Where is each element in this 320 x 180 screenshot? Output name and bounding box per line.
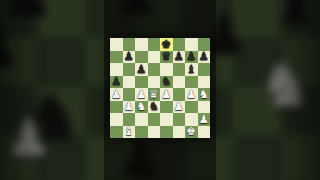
square-d5[interactable] — [148, 76, 161, 89]
square-c2[interactable] — [135, 113, 148, 126]
piece-white-king: ♚ — [186, 126, 196, 138]
square-h2[interactable]: ♟ — [198, 113, 211, 126]
square-e4[interactable]: ♟ — [160, 88, 173, 101]
square-a6[interactable] — [110, 63, 123, 76]
piece-white-bishop: ♝ — [124, 126, 134, 138]
blurred-white-knight-icon: ♞ — [258, 54, 314, 116]
square-h3[interactable] — [198, 101, 211, 114]
square-e8[interactable]: ♚ — [160, 38, 173, 51]
square-h4[interactable]: ♞ — [198, 88, 211, 101]
square-f3[interactable]: ♟ — [173, 101, 186, 114]
square-d2[interactable] — [148, 113, 161, 126]
piece-black-pawn: ♟ — [199, 51, 209, 63]
square-c8[interactable] — [135, 38, 148, 51]
square-g4[interactable]: ♟ — [185, 88, 198, 101]
piece-black-knight: ♞ — [161, 76, 171, 88]
square-a7[interactable] — [110, 51, 123, 64]
piece-white-pawn: ♟ — [174, 101, 184, 113]
square-a3[interactable] — [110, 101, 123, 114]
piece-white-pawn: ♟ — [111, 89, 121, 101]
square-c1[interactable] — [135, 126, 148, 139]
piece-black-pawn: ♟ — [124, 51, 134, 63]
square-h1[interactable] — [198, 126, 211, 139]
square-c3[interactable]: ♞ — [135, 101, 148, 114]
square-e2[interactable] — [160, 113, 173, 126]
square-g6[interactable]: ♝ — [185, 63, 198, 76]
chess-board: ♚♟♛♟♟♟♟♝♟♞♟♟♛♟♟♞♟♞♞♟♟♝♚ — [110, 38, 210, 138]
piece-white-queen: ♛ — [149, 89, 159, 101]
video-frame: ♟♟♞♟♟♟♝♞♟ ♚♟♛♟♟♟♟♝♟♞♟♟♛♟♟♞♟♞♞♟♟♝♚ — [0, 0, 320, 180]
piece-white-pawn: ♟ — [186, 89, 196, 101]
piece-white-knight: ♞ — [199, 89, 209, 101]
square-e1[interactable] — [160, 126, 173, 139]
square-b6[interactable] — [123, 63, 136, 76]
square-h7[interactable]: ♟ — [198, 51, 211, 64]
piece-black-bishop: ♝ — [186, 64, 196, 76]
square-c6[interactable]: ♟ — [135, 63, 148, 76]
square-f5[interactable] — [173, 76, 186, 89]
blurred-black-bishop-icon: ♝ — [269, 0, 320, 30]
square-b4[interactable] — [123, 88, 136, 101]
square-d1[interactable] — [148, 126, 161, 139]
square-d7[interactable] — [148, 51, 161, 64]
square-a1[interactable] — [110, 126, 123, 139]
square-h8[interactable] — [198, 38, 211, 51]
square-a2[interactable] — [110, 113, 123, 126]
square-c5[interactable] — [135, 76, 148, 89]
square-d8[interactable] — [148, 38, 161, 51]
square-b7[interactable]: ♟ — [123, 51, 136, 64]
blurred-black-pawn-icon: ♟ — [0, 18, 19, 74]
square-a5[interactable]: ♟ — [110, 76, 123, 89]
square-b2[interactable] — [123, 113, 136, 126]
square-g2[interactable] — [185, 113, 198, 126]
square-a8[interactable] — [110, 38, 123, 51]
piece-black-king: ♚ — [161, 39, 171, 51]
square-f1[interactable] — [173, 126, 186, 139]
square-f8[interactable] — [173, 38, 186, 51]
square-e5[interactable]: ♞ — [160, 76, 173, 89]
piece-black-knight: ♞ — [149, 101, 159, 113]
blurred-white-pawn-icon: ♟ — [5, 112, 52, 164]
piece-white-knight: ♞ — [136, 101, 146, 113]
square-a4[interactable]: ♟ — [110, 88, 123, 101]
square-b1[interactable]: ♝ — [123, 126, 136, 139]
square-h5[interactable] — [198, 76, 211, 89]
square-e3[interactable] — [160, 101, 173, 114]
piece-black-pawn: ♟ — [174, 51, 184, 63]
square-d4[interactable]: ♛ — [148, 88, 161, 101]
square-e7[interactable]: ♛ — [160, 51, 173, 64]
square-g7[interactable]: ♟ — [185, 51, 198, 64]
piece-white-pawn: ♟ — [124, 101, 134, 113]
square-d3[interactable]: ♞ — [148, 101, 161, 114]
square-c7[interactable] — [135, 51, 148, 64]
piece-white-pawn: ♟ — [199, 114, 209, 126]
piece-white-pawn: ♟ — [136, 89, 146, 101]
square-g3[interactable] — [185, 101, 198, 114]
piece-black-pawn: ♟ — [186, 51, 196, 63]
square-g1[interactable]: ♚ — [185, 126, 198, 139]
piece-black-queen: ♛ — [161, 51, 171, 63]
square-b8[interactable] — [123, 38, 136, 51]
square-f4[interactable] — [173, 88, 186, 101]
square-b5[interactable] — [123, 76, 136, 89]
piece-black-pawn: ♟ — [111, 76, 121, 88]
square-e6[interactable] — [160, 63, 173, 76]
square-f7[interactable]: ♟ — [173, 51, 186, 64]
square-g8[interactable] — [185, 38, 198, 51]
square-h6[interactable] — [198, 63, 211, 76]
piece-white-pawn: ♟ — [161, 89, 171, 101]
square-c4[interactable]: ♟ — [135, 88, 148, 101]
square-b3[interactable]: ♟ — [123, 101, 136, 114]
piece-black-pawn: ♟ — [136, 64, 146, 76]
square-f6[interactable] — [173, 63, 186, 76]
square-f2[interactable] — [173, 113, 186, 126]
square-g5[interactable] — [185, 76, 198, 89]
square-d6[interactable] — [148, 63, 161, 76]
